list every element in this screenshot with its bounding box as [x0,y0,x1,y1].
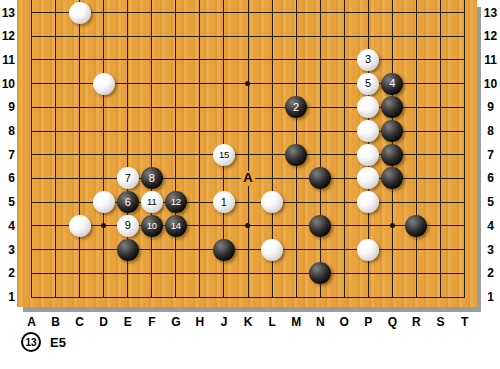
white-stone [357,167,379,189]
coord-row-left-6: 6 [0,172,15,184]
letter-mark-A: A [241,171,254,185]
coord-col-S: S [429,316,453,328]
coord-col-R: R [404,316,428,328]
black-stone-move-14: 14 [165,215,187,237]
coord-col-M: M [284,316,308,328]
black-stone [381,120,403,142]
white-stone-13-symbol: 13 [21,332,41,352]
white-stone [93,73,115,95]
white-stone-move-11: 11 [141,191,163,213]
coord-row-right-11: 11 [482,54,499,66]
white-stone [357,239,379,261]
coord-row-right-13: 13 [482,7,499,19]
coord-col-H: H [188,316,212,328]
move-annotation: 13 E5 [21,331,66,353]
coord-col-G: G [164,316,188,328]
coord-row-left-4: 4 [0,220,15,232]
coord-col-L: L [260,316,284,328]
white-stone [93,191,115,213]
coord-row-right-8: 8 [482,125,499,137]
black-stone [213,239,235,261]
black-stone-move-10: 10 [141,215,163,237]
coord-col-E: E [116,316,140,328]
coord-row-right-5: 5 [482,196,499,208]
coord-row-right-6: 6 [482,172,499,184]
coord-row-right-9: 9 [482,101,499,113]
star-point [245,81,250,86]
coord-col-A: A [20,316,44,328]
black-stone [309,215,331,237]
coord-row-right-7: 7 [482,149,499,161]
coord-col-J: J [212,316,236,328]
coord-col-P: P [356,316,380,328]
coord-row-left-7: 7 [0,149,15,161]
coord-col-B: B [44,316,68,328]
star-point [390,223,395,228]
black-stone [309,262,331,284]
coord-col-D: D [92,316,116,328]
coord-row-left-11: 11 [0,54,15,66]
white-stone [357,96,379,118]
black-stone-move-4: 4 [381,73,403,95]
coord-col-C: C [68,316,92,328]
coord-row-left-13: 13 [0,7,15,19]
black-stone [381,144,403,166]
white-stone [357,144,379,166]
black-stone [381,167,403,189]
coord-row-left-2: 2 [0,267,15,279]
coord-row-right-12: 12 [482,30,499,42]
coord-col-F: F [140,316,164,328]
white-stone [261,239,283,261]
white-stone [261,191,283,213]
coord-row-right-4: 4 [482,220,499,232]
white-stone [357,191,379,213]
black-stone-move-2: 2 [285,96,307,118]
coord-row-left-1: 1 [0,291,15,303]
coord-row-right-3: 3 [482,244,499,256]
coord-col-Q: Q [380,316,404,328]
black-stone-move-8: 8 [141,167,163,189]
black-stone-move-12: 12 [165,191,187,213]
go-diagram: 3542157861112191014A ABCDEFGHJKLMNOPQRST… [0,0,500,369]
coord-col-K: K [236,316,260,328]
black-stone [285,144,307,166]
go-board[interactable]: 3542157861112191014A [17,0,477,307]
move-13-location: E5 [50,335,66,350]
coord-row-left-8: 8 [0,125,15,137]
black-stone [309,167,331,189]
star-point [245,223,250,228]
coord-row-left-12: 12 [0,30,15,42]
coord-row-right-2: 2 [482,267,499,279]
coord-col-N: N [308,316,332,328]
white-stone [357,120,379,142]
white-stone-move-1: 1 [213,191,235,213]
coord-row-left-5: 5 [0,196,15,208]
coord-row-left-10: 10 [0,78,15,90]
white-stone-move-5: 5 [357,73,379,95]
star-point [101,223,106,228]
white-stone-move-15: 15 [213,144,235,166]
coord-row-right-1: 1 [482,291,499,303]
white-stone [69,215,91,237]
coord-col-O: O [332,316,356,328]
white-stone-move-9: 9 [117,215,139,237]
white-stone-move-7: 7 [117,167,139,189]
stone-grid: 3542157861112191014A [20,1,477,309]
black-stone-move-6: 6 [117,191,139,213]
coord-row-left-9: 9 [0,101,15,113]
white-stone [69,2,91,24]
coord-row-right-10: 10 [482,78,499,90]
coord-col-T: T [453,316,477,328]
black-stone [405,215,427,237]
black-stone [381,96,403,118]
coord-row-left-3: 3 [0,244,15,256]
black-stone [117,239,139,261]
white-stone-move-3: 3 [357,49,379,71]
